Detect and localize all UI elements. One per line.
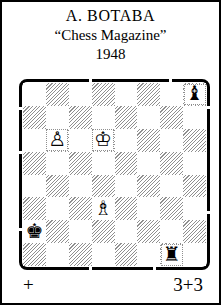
square-e4 — [115, 175, 138, 198]
square-b2 — [46, 220, 69, 243]
square-d4 — [92, 175, 115, 198]
border-gap-artifact — [18, 228, 23, 231]
square-h6 — [183, 129, 206, 152]
white-king-piece: ♔ — [94, 129, 112, 149]
square-b7 — [46, 106, 69, 129]
square-e3 — [115, 197, 138, 220]
square-e1 — [115, 243, 138, 266]
border-gap-artifact — [18, 107, 23, 110]
square-g2 — [160, 220, 183, 243]
square-b4 — [46, 175, 69, 198]
square-h5 — [183, 152, 206, 175]
square-c4 — [69, 175, 92, 198]
square-a3 — [23, 197, 46, 220]
square-d7 — [92, 106, 115, 129]
square-f4 — [137, 175, 160, 198]
white-bishop-piece: ♗ — [94, 198, 112, 218]
square-b8 — [46, 83, 69, 106]
square-f6 — [137, 129, 160, 152]
square-b6: ♙ — [46, 129, 69, 152]
square-b5 — [46, 152, 69, 175]
square-g4 — [160, 175, 183, 198]
square-g6 — [160, 129, 183, 152]
square-f2 — [137, 220, 160, 243]
study-diagram-page: A. BOTABA “Chess Magazine” 1948 ♝♙♔♗♚♜ +… — [0, 0, 221, 305]
square-d2 — [92, 220, 115, 243]
square-b3 — [46, 197, 69, 220]
square-d8 — [92, 83, 115, 106]
square-g3 — [160, 197, 183, 220]
square-c6 — [69, 129, 92, 152]
chess-board: ♝♙♔♗♚♜ — [19, 79, 210, 270]
square-h4 — [183, 175, 206, 198]
material-count: 3+3 — [173, 274, 203, 296]
square-a7 — [23, 106, 46, 129]
square-c2 — [69, 220, 92, 243]
square-a8 — [23, 83, 46, 106]
square-a5 — [23, 152, 46, 175]
square-e6 — [115, 129, 138, 152]
black-rook-piece: ♜ — [163, 244, 181, 264]
square-c5 — [69, 152, 92, 175]
publication-year: 1948 — [2, 46, 219, 63]
square-e7 — [115, 106, 138, 129]
author-name: A. BOTABA — [2, 7, 219, 25]
square-a6 — [23, 129, 46, 152]
border-gap-artifact — [206, 211, 211, 214]
border-gap-artifact — [153, 266, 156, 271]
piece-box: ♜ — [161, 244, 183, 266]
square-d3: ♗ — [92, 197, 115, 220]
square-d1 — [92, 243, 115, 266]
square-g7 — [160, 106, 183, 129]
square-h7 — [183, 106, 206, 129]
black-bishop-piece: ♝ — [186, 83, 204, 103]
white-pawn-piece: ♙ — [48, 129, 66, 149]
piece-box: ♝ — [184, 84, 206, 106]
square-a2: ♚ — [23, 220, 46, 243]
square-b1 — [46, 243, 69, 266]
border-gap-artifact — [89, 78, 92, 83]
stipulation-row: + 3+3 — [2, 274, 219, 296]
square-f5 — [137, 152, 160, 175]
square-g5 — [160, 152, 183, 175]
border-gap-artifact — [206, 106, 211, 109]
square-e8 — [115, 83, 138, 106]
black-king-piece: ♚ — [25, 221, 43, 241]
square-a1 — [23, 243, 46, 266]
square-c3 — [69, 197, 92, 220]
piece-box: ♙ — [46, 129, 68, 151]
border-gap-artifact — [169, 78, 172, 83]
square-f1 — [137, 243, 160, 266]
square-d5 — [92, 152, 115, 175]
square-h3 — [183, 197, 206, 220]
square-d6: ♔ — [92, 129, 115, 152]
square-c7 — [69, 106, 92, 129]
border-gap-artifact — [89, 266, 92, 271]
square-h8: ♝ — [183, 83, 206, 106]
square-g1: ♜ — [160, 243, 183, 266]
square-h2 — [183, 220, 206, 243]
board-grid: ♝♙♔♗♚♜ — [23, 83, 206, 266]
square-c8 — [69, 83, 92, 106]
stipulation-symbol: + — [23, 274, 34, 296]
square-c1 — [69, 243, 92, 266]
square-e2 — [115, 220, 138, 243]
square-f7 — [137, 106, 160, 129]
square-a4 — [23, 175, 46, 198]
piece-box: ♔ — [92, 129, 114, 151]
square-g8 — [160, 83, 183, 106]
square-f8 — [137, 83, 160, 106]
source-title: “Chess Magazine” — [2, 27, 219, 44]
square-f3 — [137, 197, 160, 220]
border-gap-artifact — [18, 151, 23, 154]
square-h1 — [183, 243, 206, 266]
square-e5 — [115, 152, 138, 175]
